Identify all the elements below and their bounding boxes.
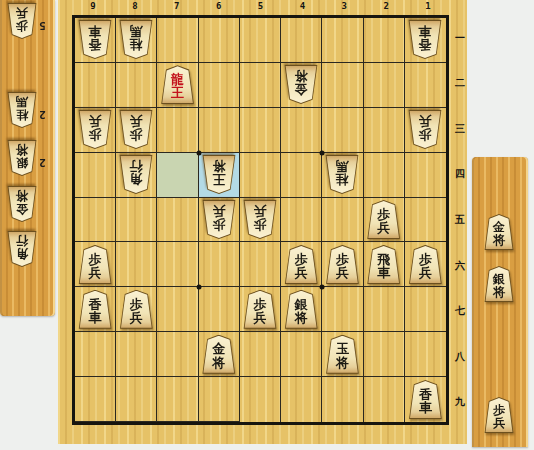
- piece-kanji: 金将: [484, 214, 514, 250]
- cell-2-一[interactable]: [364, 18, 405, 63]
- cell-9-二[interactable]: [75, 63, 116, 108]
- cell-9-四[interactable]: [75, 153, 116, 198]
- piece-kanji: 角行: [7, 231, 37, 267]
- piece-gote-桂馬[interactable]: 桂馬: [7, 92, 37, 128]
- cell-5-六[interactable]: [240, 242, 281, 287]
- rank-label-9: 九: [452, 380, 468, 426]
- hand-piece-桂馬[interactable]: 桂馬: [7, 92, 37, 128]
- hand-count: 5: [39, 19, 46, 32]
- piece-kanji: 香車: [408, 20, 442, 59]
- piece-kanji: 銀将: [484, 266, 514, 302]
- rank-label-2: 二: [452, 61, 468, 107]
- rank-label-1: 一: [452, 15, 468, 61]
- piece-gote-桂馬[interactable]: 桂馬: [119, 20, 153, 59]
- piece-kanji: 歩兵: [78, 245, 112, 284]
- piece-kanji: 歩兵: [325, 245, 359, 284]
- rank-label-4: 四: [452, 152, 468, 198]
- cell-1-四[interactable]: [405, 153, 446, 198]
- cell-3-八[interactable]: 玉将: [322, 332, 363, 377]
- rank-label-8: 八: [452, 334, 468, 380]
- cell-9-一[interactable]: 香車: [75, 18, 116, 63]
- piece-gote-歩兵[interactable]: 歩兵: [202, 200, 236, 239]
- piece-sente-玉将[interactable]: 玉将: [325, 335, 359, 374]
- rank-label-3: 三: [452, 106, 468, 152]
- cell-7-七[interactable]: [157, 287, 198, 332]
- cell-5-一[interactable]: [240, 18, 281, 63]
- piece-sente-銀将[interactable]: 銀将: [284, 290, 318, 329]
- piece-gote-角行[interactable]: 角行: [119, 155, 153, 194]
- cell-5-二[interactable]: [240, 63, 281, 108]
- cell-6-一[interactable]: [199, 18, 240, 63]
- piece-kanji: 香車: [78, 20, 112, 59]
- cell-2-八[interactable]: [364, 332, 405, 377]
- piece-kanji: 飛車: [367, 245, 401, 284]
- piece-kanji: 歩兵: [284, 245, 318, 284]
- cell-2-四[interactable]: [364, 153, 405, 198]
- shogi-app: 歩兵5桂馬2銀将2金将角行 987654321 一二三四五六七八九 香車桂馬香車…: [0, 0, 534, 450]
- cell-3-七[interactable]: [322, 287, 363, 332]
- piece-kanji: 歩兵: [78, 110, 112, 149]
- piece-kanji: 桂馬: [119, 20, 153, 59]
- cell-8-九[interactable]: [116, 377, 157, 422]
- piece-kanji: 玉将: [325, 335, 359, 374]
- cell-2-五[interactable]: 歩兵: [364, 198, 405, 243]
- cell-6-三[interactable]: [199, 108, 240, 153]
- piece-sente-歩兵[interactable]: 歩兵: [119, 290, 153, 329]
- piece-gote-金将[interactable]: 金将: [7, 186, 37, 222]
- hand-count: 2: [39, 156, 46, 169]
- hand-piece-金将[interactable]: 金将: [484, 214, 514, 250]
- piece-kanji: 香車: [78, 290, 112, 329]
- cell-8-一[interactable]: 桂馬: [116, 18, 157, 63]
- cell-5-三[interactable]: [240, 108, 281, 153]
- piece-sente-香車[interactable]: 香車: [408, 380, 442, 419]
- cell-7-九[interactable]: [157, 377, 198, 422]
- piece-sente-歩兵[interactable]: 歩兵: [284, 245, 318, 284]
- cell-9-八[interactable]: [75, 332, 116, 377]
- cell-1-一[interactable]: 香車: [405, 18, 446, 63]
- cell-8-五[interactable]: [116, 198, 157, 243]
- piece-kanji: 桂馬: [325, 155, 359, 194]
- cell-8-七[interactable]: 歩兵: [116, 287, 157, 332]
- cell-2-二[interactable]: [364, 63, 405, 108]
- piece-sente-歩兵[interactable]: 歩兵: [243, 290, 277, 329]
- cell-7-一[interactable]: [157, 18, 198, 63]
- cell-3-三[interactable]: [322, 108, 363, 153]
- piece-kanji: 龍王: [161, 65, 195, 104]
- file-label-8: 8: [114, 1, 156, 14]
- piece-gote-金将[interactable]: 金将: [284, 65, 318, 104]
- rank-label-5: 五: [452, 197, 468, 243]
- piece-kanji: 銀将: [7, 140, 37, 176]
- cell-5-五[interactable]: 歩兵: [240, 198, 281, 243]
- cell-6-六[interactable]: [199, 242, 240, 287]
- piece-kanji: 歩兵: [408, 110, 442, 149]
- cell-4-四[interactable]: [281, 153, 322, 198]
- piece-gote-歩兵[interactable]: 歩兵: [119, 110, 153, 149]
- piece-kanji: 桂馬: [7, 92, 37, 128]
- cell-6-二[interactable]: [199, 63, 240, 108]
- cell-4-九[interactable]: [281, 377, 322, 422]
- cell-6-八[interactable]: 金将: [199, 332, 240, 377]
- cell-4-五[interactable]: [281, 198, 322, 243]
- cell-3-九[interactable]: [322, 377, 363, 422]
- cell-1-三[interactable]: 歩兵: [405, 108, 446, 153]
- piece-kanji: 歩兵: [484, 397, 514, 433]
- cell-2-九[interactable]: [364, 377, 405, 422]
- piece-sente-歩兵[interactable]: 歩兵: [78, 245, 112, 284]
- piece-gote-歩兵[interactable]: 歩兵: [7, 3, 37, 39]
- file-label-7: 7: [156, 1, 198, 14]
- hand-piece-銀将[interactable]: 銀将: [7, 140, 37, 176]
- cell-4-一[interactable]: [281, 18, 322, 63]
- piece-sente-龍王[interactable]: 龍王: [161, 65, 195, 104]
- cell-8-二[interactable]: [116, 63, 157, 108]
- rank-coordinate-labels: 一二三四五六七八九: [452, 15, 468, 425]
- hand-piece-銀将[interactable]: 銀将: [484, 266, 514, 302]
- piece-kanji: 歩兵: [243, 200, 277, 239]
- cell-9-五[interactable]: [75, 198, 116, 243]
- cell-1-九[interactable]: 香車: [405, 377, 446, 422]
- board-grid: 香車桂馬香車龍王金将歩兵歩兵歩兵角行王将桂馬歩兵歩兵歩兵歩兵歩兵歩兵飛車歩兵香車…: [72, 15, 449, 425]
- cell-1-六[interactable]: 歩兵: [405, 242, 446, 287]
- cell-3-二[interactable]: [322, 63, 363, 108]
- cell-4-三[interactable]: [281, 108, 322, 153]
- cell-7-六[interactable]: [157, 242, 198, 287]
- cell-9-六[interactable]: 歩兵: [75, 242, 116, 287]
- piece-kanji: 歩兵: [119, 290, 153, 329]
- cell-6-九[interactable]: [199, 377, 240, 422]
- piece-sente-金将[interactable]: 金将: [484, 214, 514, 250]
- hand-piece-角行[interactable]: 角行: [7, 231, 37, 267]
- piece-kanji: 歩兵: [119, 110, 153, 149]
- cell-3-五[interactable]: [322, 198, 363, 243]
- piece-sente-香車[interactable]: 香車: [78, 290, 112, 329]
- cell-4-七[interactable]: 銀将: [281, 287, 322, 332]
- file-label-4: 4: [281, 1, 323, 14]
- cell-2-七[interactable]: [364, 287, 405, 332]
- piece-gote-桂馬[interactable]: 桂馬: [325, 155, 359, 194]
- piece-sente-歩兵[interactable]: 歩兵: [408, 245, 442, 284]
- cell-4-二[interactable]: 金将: [281, 63, 322, 108]
- rank-label-7: 七: [452, 288, 468, 334]
- piece-kanji: 金将: [284, 65, 318, 104]
- file-label-9: 9: [72, 1, 114, 14]
- hand-count: 2: [39, 108, 46, 121]
- piece-gote-香車[interactable]: 香車: [78, 20, 112, 59]
- hand-piece-歩兵[interactable]: 歩兵: [7, 3, 37, 39]
- piece-gote-香車[interactable]: 香車: [408, 20, 442, 59]
- cell-6-七[interactable]: [199, 287, 240, 332]
- piece-gote-王将[interactable]: 王将: [202, 155, 236, 194]
- cell-6-四[interactable]: 王将: [199, 153, 240, 198]
- cell-5-九[interactable]: [240, 377, 281, 422]
- piece-sente-歩兵[interactable]: 歩兵: [484, 397, 514, 433]
- piece-gote-銀将[interactable]: 銀将: [7, 140, 37, 176]
- piece-sente-銀将[interactable]: 銀将: [484, 266, 514, 302]
- cell-2-六[interactable]: 飛車: [364, 242, 405, 287]
- piece-sente-飛車[interactable]: 飛車: [367, 245, 401, 284]
- cell-7-八[interactable]: [157, 332, 198, 377]
- file-label-6: 6: [198, 1, 240, 14]
- cell-5-七[interactable]: 歩兵: [240, 287, 281, 332]
- piece-gote-歩兵[interactable]: 歩兵: [78, 110, 112, 149]
- cell-1-五[interactable]: [405, 198, 446, 243]
- cell-1-二[interactable]: [405, 63, 446, 108]
- piece-kanji: 角行: [119, 155, 153, 194]
- cell-4-六[interactable]: 歩兵: [281, 242, 322, 287]
- cell-8-三[interactable]: 歩兵: [116, 108, 157, 153]
- piece-kanji: 歩兵: [408, 245, 442, 284]
- cell-7-三[interactable]: [157, 108, 198, 153]
- cell-6-五[interactable]: 歩兵: [199, 198, 240, 243]
- cell-9-三[interactable]: 歩兵: [75, 108, 116, 153]
- file-label-1: 1: [407, 1, 449, 14]
- cell-7-五[interactable]: [157, 198, 198, 243]
- rank-label-6: 六: [452, 243, 468, 289]
- cell-4-八[interactable]: [281, 332, 322, 377]
- piece-gote-角行[interactable]: 角行: [7, 231, 37, 267]
- piece-kanji: 歩兵: [243, 290, 277, 329]
- cell-1-八[interactable]: [405, 332, 446, 377]
- piece-kanji: 香車: [408, 380, 442, 419]
- piece-kanji: 銀将: [284, 290, 318, 329]
- piece-kanji: 金将: [7, 186, 37, 222]
- piece-sente-金将[interactable]: 金将: [202, 335, 236, 374]
- cell-8-六[interactable]: [116, 242, 157, 287]
- hand-piece-金将[interactable]: 金将: [7, 186, 37, 222]
- cell-5-四[interactable]: [240, 153, 281, 198]
- cell-5-八[interactable]: [240, 332, 281, 377]
- cell-8-四[interactable]: 角行: [116, 153, 157, 198]
- file-label-3: 3: [323, 1, 365, 14]
- cell-1-七[interactable]: [405, 287, 446, 332]
- cell-7-二[interactable]: 龍王: [157, 63, 198, 108]
- file-label-2: 2: [365, 1, 407, 14]
- piece-sente-歩兵[interactable]: 歩兵: [325, 245, 359, 284]
- file-label-5: 5: [240, 1, 282, 14]
- piece-sente-歩兵[interactable]: 歩兵: [367, 200, 401, 239]
- piece-gote-歩兵[interactable]: 歩兵: [408, 110, 442, 149]
- cell-8-八[interactable]: [116, 332, 157, 377]
- file-coordinate-labels: 987654321: [72, 1, 449, 14]
- piece-kanji: 歩兵: [7, 3, 37, 39]
- board-panel: 987654321 一二三四五六七八九 香車桂馬香車龍王金将歩兵歩兵歩兵角行王将…: [58, 0, 467, 444]
- hand-piece-歩兵[interactable]: 歩兵: [484, 397, 514, 433]
- piece-gote-歩兵[interactable]: 歩兵: [243, 200, 277, 239]
- cell-3-六[interactable]: 歩兵: [322, 242, 363, 287]
- piece-kanji: 金将: [202, 335, 236, 374]
- cell-7-四[interactable]: [157, 153, 198, 198]
- cell-2-三[interactable]: [364, 108, 405, 153]
- sente-captured-stand: 金将銀将歩兵: [472, 157, 528, 447]
- cell-9-九[interactable]: [75, 377, 116, 422]
- gote-captured-stand: 歩兵5桂馬2銀将2金将角行: [0, 0, 55, 316]
- cell-3-一[interactable]: [322, 18, 363, 63]
- cell-9-七[interactable]: 香車: [75, 287, 116, 332]
- piece-kanji: 王将: [202, 155, 236, 194]
- piece-kanji: 歩兵: [202, 200, 236, 239]
- cell-3-四[interactable]: 桂馬: [322, 153, 363, 198]
- piece-kanji: 歩兵: [367, 200, 401, 239]
